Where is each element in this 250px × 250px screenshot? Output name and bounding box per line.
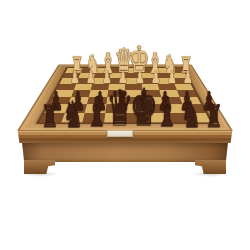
square [107,90,125,97]
square [104,113,125,123]
square [82,113,105,123]
square [182,104,205,113]
square [185,113,210,123]
square [145,113,168,123]
square [106,97,125,105]
square [89,90,108,97]
square [71,90,91,97]
square [176,90,197,97]
square [144,104,165,113]
square [105,104,125,113]
square [61,113,85,123]
square [142,90,161,97]
box-body [21,142,229,162]
square [125,113,146,123]
brand-plaque [107,130,133,137]
square [65,104,87,113]
square [125,90,143,97]
product-photo: ♜♞♝♛♚♝♞♜♟♟♟♟♟♟♟♟♟♟♟♟♟♟♟♟♜♞♝♛♚♝♞♜ [0,0,250,250]
chess-board [17,64,233,131]
square [125,104,145,113]
square [87,97,107,105]
square [68,97,89,105]
board-grid [36,67,214,123]
square [179,97,201,105]
square [125,97,144,105]
square [143,97,163,105]
square [85,104,106,113]
